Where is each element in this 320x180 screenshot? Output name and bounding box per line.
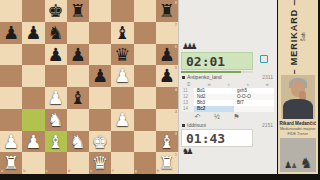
clock-progress-fill bbox=[181, 71, 241, 74]
white-queen[interactable]: ♛ bbox=[89, 152, 111, 174]
square-d3[interactable] bbox=[67, 109, 89, 131]
coordinate-label: 2 bbox=[175, 132, 177, 136]
black-rook[interactable]: ♜ bbox=[67, 0, 89, 22]
square-g8[interactable] bbox=[134, 0, 156, 22]
presenter-title2: FIDE Trener bbox=[278, 132, 318, 137]
black-pawn[interactable]: ♟ bbox=[22, 22, 44, 44]
black-queen[interactable]: ♛ bbox=[111, 44, 133, 66]
square-a4[interactable] bbox=[0, 87, 22, 109]
square-b8[interactable] bbox=[22, 0, 44, 22]
coordinate-label: 1 bbox=[175, 153, 177, 157]
square-d4[interactable]: ♝ bbox=[67, 87, 89, 109]
square-f3[interactable]: ♟ bbox=[111, 109, 133, 131]
draw-offer-icon[interactable]: ½ bbox=[214, 112, 220, 121]
coordinate-label: d bbox=[68, 169, 70, 173]
coordinate-label: b bbox=[23, 169, 25, 173]
square-b7[interactable]: ♟ bbox=[22, 22, 44, 44]
square-d6[interactable]: ♟ bbox=[67, 44, 89, 66]
black-bishop[interactable]: ♝ bbox=[111, 22, 133, 44]
takeback-icon[interactable]: ↶ bbox=[195, 112, 201, 121]
square-f2[interactable] bbox=[111, 131, 133, 153]
coordinate-label: 5 bbox=[175, 66, 177, 70]
square-a8[interactable] bbox=[0, 0, 22, 22]
square-f5[interactable]: ♟ bbox=[111, 65, 133, 87]
black-pawn[interactable]: ♟ bbox=[67, 44, 89, 66]
app-window: ♚♜♜8♟♟♞♝7♟♟♛♟6♟♟♟5♟♝4♞♟3♟♟♝♞♚♝2♜abcd♛efg… bbox=[0, 0, 320, 180]
menu-icon[interactable]: ≡ bbox=[187, 81, 191, 88]
square-b4[interactable] bbox=[22, 87, 44, 109]
square-g4[interactable] bbox=[134, 87, 156, 109]
square-b3[interactable] bbox=[22, 109, 44, 131]
square-h5[interactable]: ♟5 bbox=[156, 65, 178, 87]
white-rook[interactable]: ♜ bbox=[0, 152, 22, 174]
square-f8[interactable] bbox=[111, 0, 133, 22]
white-pawn[interactable]: ♟ bbox=[111, 65, 133, 87]
coordinate-label: 3 bbox=[175, 110, 177, 114]
coordinate-label: 4 bbox=[175, 88, 177, 92]
top-player-row: Antipenko_land 2311 bbox=[182, 74, 273, 80]
square-e4[interactable] bbox=[89, 87, 111, 109]
square-e2[interactable]: ♚ bbox=[89, 131, 111, 153]
black-clock: 02:01 bbox=[181, 52, 253, 70]
white-clock: 01:43 bbox=[181, 129, 253, 147]
top-player-rating: 2311 bbox=[262, 74, 273, 80]
coordinate-label: g bbox=[135, 169, 137, 173]
square-e3[interactable] bbox=[89, 109, 111, 131]
square-b2[interactable]: ♟ bbox=[22, 131, 44, 153]
square-g2[interactable] bbox=[134, 131, 156, 153]
player-status-dot bbox=[182, 124, 185, 127]
square-h3[interactable]: 3 bbox=[156, 109, 178, 131]
square-g5[interactable] bbox=[134, 65, 156, 87]
square-c8[interactable]: ♚ bbox=[45, 0, 67, 22]
white-pawn[interactable]: ♟ bbox=[22, 131, 44, 153]
white-king[interactable]: ♚ bbox=[89, 131, 111, 153]
game-panel: ♟♟♟ 02:01 Antipenko_land 2311 ≡ « ‹ › » … bbox=[178, 0, 277, 174]
black-king[interactable]: ♚ bbox=[45, 0, 67, 22]
white-pawn[interactable]: ♟ bbox=[45, 87, 67, 109]
bottom-player-row: Iddrisuni 2151 bbox=[182, 122, 273, 128]
square-e8[interactable] bbox=[89, 0, 111, 22]
art-pawn-icon: ♟ bbox=[291, 162, 297, 170]
square-d8[interactable]: ♜ bbox=[67, 0, 89, 22]
white-pawn[interactable]: ♟ bbox=[111, 109, 133, 131]
captured-pieces-bottom: ♞♟ bbox=[182, 148, 190, 156]
brand-subtitle: Šah bbox=[300, 33, 306, 42]
black-bishop[interactable]: ♝ bbox=[67, 87, 89, 109]
square-f4[interactable] bbox=[111, 87, 133, 109]
coordinate-label: 7 bbox=[175, 23, 177, 27]
coordinate-label: e bbox=[90, 169, 92, 173]
first-move-icon[interactable]: « bbox=[207, 81, 210, 88]
black-knight[interactable]: ♞ bbox=[45, 22, 67, 44]
square-c4[interactable]: ♟ bbox=[45, 87, 67, 109]
prev-move-icon[interactable]: ‹ bbox=[228, 81, 230, 88]
square-a2[interactable]: ♟ bbox=[0, 131, 22, 153]
move-list: 11 Bd1 gxh5 12 Nd2 O-O-O 13 Bb3 Bf7 14 B… bbox=[181, 88, 274, 112]
coordinate-label: 8 bbox=[175, 1, 177, 5]
square-e6[interactable] bbox=[89, 44, 111, 66]
coordinate-label: a bbox=[1, 169, 3, 173]
square-c7[interactable]: ♞ bbox=[45, 22, 67, 44]
square-b5[interactable] bbox=[22, 65, 44, 87]
square-f6[interactable]: ♛ bbox=[111, 44, 133, 66]
square-g6[interactable] bbox=[134, 44, 156, 66]
next-move-icon[interactable]: › bbox=[247, 81, 249, 88]
game-actions: ↶ ½ ⚑ bbox=[181, 112, 253, 121]
square-d1[interactable]: d bbox=[67, 152, 89, 174]
resign-flag-icon[interactable]: ⚑ bbox=[233, 112, 239, 121]
square-c6[interactable]: ♟ bbox=[45, 44, 67, 66]
last-move-icon[interactable]: » bbox=[266, 81, 269, 88]
square-c2[interactable]: ♝ bbox=[45, 131, 67, 153]
square-h8[interactable]: ♜8 bbox=[156, 0, 178, 22]
top-player-name[interactable]: Antipenko_land bbox=[187, 74, 221, 80]
square-e5[interactable]: ♟ bbox=[89, 65, 111, 87]
move-navigation: ≡ « ‹ › » bbox=[187, 81, 269, 88]
square-b6[interactable] bbox=[22, 44, 44, 66]
square-a1[interactable]: ♜a bbox=[0, 152, 22, 174]
square-f1[interactable]: f bbox=[111, 152, 133, 174]
stream-sidebar: — MERIKARD — Šah Rikard Medančić Međunar… bbox=[278, 0, 318, 174]
coordinate-label: c bbox=[46, 169, 48, 173]
square-d5[interactable] bbox=[67, 65, 89, 87]
square-d2[interactable]: ♞ bbox=[67, 131, 89, 153]
square-a5[interactable] bbox=[0, 65, 22, 87]
square-e1[interactable]: ♛e bbox=[89, 152, 111, 174]
player-status-dot bbox=[182, 76, 185, 79]
square-g3[interactable] bbox=[134, 109, 156, 131]
art-knight-icon: ♞ bbox=[300, 155, 313, 171]
presenter-photo bbox=[281, 75, 315, 119]
chess-board[interactable]: ♚♜♜8♟♟♞♝7♟♟♛♟6♟♟♟5♟♝4♞♟3♟♟♝♞♚♝2♜abcd♛efg… bbox=[0, 0, 178, 174]
captured-pieces-top: ♟♟♟ bbox=[182, 43, 195, 51]
chess-art-image: ♟ ♟ ♞ bbox=[280, 138, 316, 172]
square-d7[interactable] bbox=[67, 22, 89, 44]
square-h2[interactable]: ♝2 bbox=[156, 131, 178, 153]
white-bishop[interactable]: ♝ bbox=[45, 131, 67, 153]
presenter-name: Rikard Medančić bbox=[278, 121, 318, 126]
bottom-player-rating: 2151 bbox=[262, 122, 273, 128]
white-knight[interactable]: ♞ bbox=[45, 109, 67, 131]
coordinate-label: 6 bbox=[175, 45, 177, 49]
white-knight[interactable]: ♞ bbox=[67, 131, 89, 153]
brand-box: — MERIKARD — Šah bbox=[278, 0, 318, 74]
white-pawn[interactable]: ♟ bbox=[0, 131, 22, 153]
analysis-icon[interactable] bbox=[260, 55, 268, 63]
bottom-player-name[interactable]: Iddrisuni bbox=[187, 122, 206, 128]
black-pawn[interactable]: ♟ bbox=[0, 22, 22, 44]
brand-title: — MERIKARD — bbox=[289, 0, 299, 74]
black-pawn[interactable]: ♟ bbox=[89, 65, 111, 87]
square-c3[interactable]: ♞ bbox=[45, 109, 67, 131]
square-h6[interactable]: ♟6 bbox=[156, 44, 178, 66]
square-h4[interactable]: 4 bbox=[156, 87, 178, 109]
square-h7[interactable]: 7 bbox=[156, 22, 178, 44]
coordinate-label: h bbox=[157, 169, 159, 173]
square-a3[interactable] bbox=[0, 109, 22, 131]
square-e7[interactable] bbox=[89, 22, 111, 44]
clock-progress-bar bbox=[181, 71, 253, 74]
square-c1[interactable]: c bbox=[45, 152, 67, 174]
square-f7[interactable]: ♝ bbox=[111, 22, 133, 44]
square-c5[interactable] bbox=[45, 65, 67, 87]
square-a6[interactable] bbox=[0, 44, 22, 66]
square-g7[interactable] bbox=[134, 22, 156, 44]
square-g1[interactable]: g bbox=[134, 152, 156, 174]
square-b1[interactable]: b bbox=[22, 152, 44, 174]
presenter-title: Međunarodni majstor bbox=[278, 127, 318, 132]
square-h1[interactable]: ♜h1 bbox=[156, 152, 178, 174]
black-pawn[interactable]: ♟ bbox=[45, 44, 67, 66]
coordinate-label: f bbox=[112, 169, 113, 173]
photo-jacket bbox=[283, 99, 313, 119]
square-a7[interactable]: ♟ bbox=[0, 22, 22, 44]
